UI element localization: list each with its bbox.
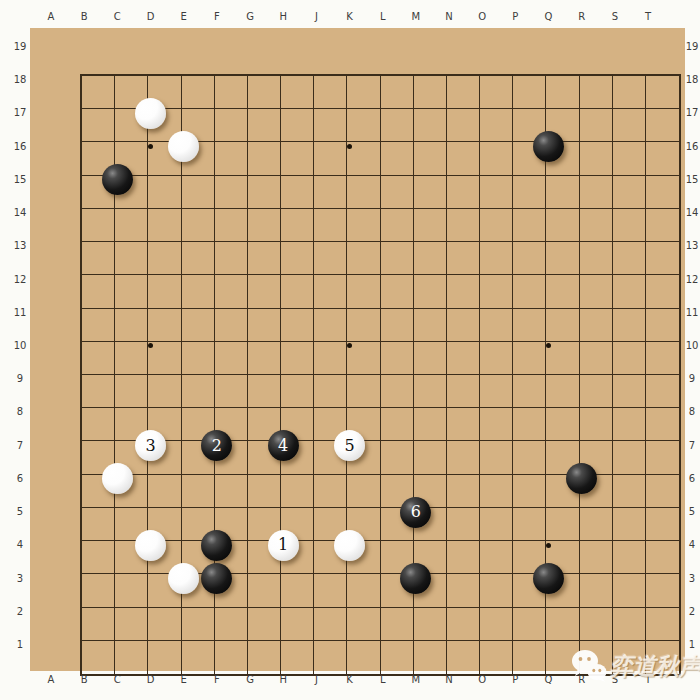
row-label-left-18: 18 xyxy=(9,73,31,87)
board-cell xyxy=(613,142,646,175)
row-label-left-4: 4 xyxy=(9,538,31,552)
board-cell xyxy=(580,76,613,109)
board-cell xyxy=(447,342,480,375)
board-cell xyxy=(82,508,115,541)
board-cell xyxy=(148,309,181,342)
col-label-bottom-H: H xyxy=(275,673,291,687)
board-cell xyxy=(182,342,215,375)
col-label-bottom-D: D xyxy=(143,673,159,687)
board-cell xyxy=(115,641,148,674)
row-label-left-14: 14 xyxy=(9,206,31,220)
stone-white-K4 xyxy=(334,530,365,561)
board-cell xyxy=(414,608,447,641)
board-cell xyxy=(115,242,148,275)
board-cell xyxy=(347,375,380,408)
col-label-bottom-L: L xyxy=(375,673,391,687)
row-label-left-17: 17 xyxy=(9,106,31,120)
board-cell xyxy=(414,641,447,674)
board-cell xyxy=(82,76,115,109)
col-label-top-S: S xyxy=(607,10,623,24)
board-cell xyxy=(646,342,679,375)
board-cell xyxy=(646,375,679,408)
board-cell xyxy=(646,475,679,508)
board-cell xyxy=(215,176,248,209)
board-cell xyxy=(215,76,248,109)
board-cell xyxy=(314,309,347,342)
stone-white-H4-move-1: 1 xyxy=(268,530,299,561)
row-label-right-4: 4 xyxy=(681,538,700,552)
row-label-right-7: 7 xyxy=(681,439,700,453)
board-cell xyxy=(347,641,380,674)
col-label-top-F: F xyxy=(209,10,225,24)
board-cell xyxy=(82,275,115,308)
col-label-top-T: T xyxy=(640,10,656,24)
board-cell xyxy=(513,76,546,109)
col-label-top-O: O xyxy=(474,10,490,24)
board-cell xyxy=(182,242,215,275)
row-label-right-14: 14 xyxy=(681,206,700,220)
board-cell xyxy=(613,309,646,342)
row-label-right-2: 2 xyxy=(681,605,700,619)
board-cell xyxy=(347,242,380,275)
board-cell xyxy=(182,608,215,641)
board-cell xyxy=(314,574,347,607)
board-cell xyxy=(281,574,314,607)
board-cell xyxy=(613,242,646,275)
board-cell xyxy=(646,76,679,109)
board-cell xyxy=(480,309,513,342)
row-label-right-3: 3 xyxy=(681,572,700,586)
board-cell xyxy=(82,608,115,641)
board-cell xyxy=(447,209,480,242)
board-cell xyxy=(414,176,447,209)
row-label-left-2: 2 xyxy=(9,605,31,619)
row-label-left-6: 6 xyxy=(9,472,31,486)
stone-white-C6 xyxy=(102,463,133,494)
board-cell xyxy=(314,109,347,142)
board-cell xyxy=(248,342,281,375)
stone-black-F4 xyxy=(201,530,232,561)
board-cell xyxy=(480,176,513,209)
board-cell xyxy=(115,342,148,375)
row-label-left-3: 3 xyxy=(9,572,31,586)
board-cell xyxy=(580,275,613,308)
board-cell xyxy=(613,541,646,574)
board-cell xyxy=(115,209,148,242)
col-label-bottom-N: N xyxy=(441,673,457,687)
board-cell xyxy=(281,209,314,242)
stone-black-Q16 xyxy=(533,131,564,162)
board-cell xyxy=(347,76,380,109)
board-cell xyxy=(546,508,579,541)
board-cell xyxy=(347,109,380,142)
board-cell xyxy=(580,574,613,607)
board-cell xyxy=(381,142,414,175)
board-cell xyxy=(115,574,148,607)
col-label-top-K: K xyxy=(342,10,358,24)
col-label-bottom-F: F xyxy=(209,673,225,687)
board-cell xyxy=(115,275,148,308)
board-cell xyxy=(480,475,513,508)
col-label-top-C: C xyxy=(109,10,125,24)
row-label-right-1: 1 xyxy=(681,638,700,652)
board-cell xyxy=(414,342,447,375)
board-cell xyxy=(182,475,215,508)
col-label-bottom-S: S xyxy=(607,673,623,687)
board-cell xyxy=(646,142,679,175)
board-cell xyxy=(646,309,679,342)
board-cell xyxy=(248,309,281,342)
row-label-left-15: 15 xyxy=(9,173,31,187)
board-cell xyxy=(546,242,579,275)
board-cell xyxy=(646,508,679,541)
board-cell xyxy=(148,641,181,674)
board-cell xyxy=(248,76,281,109)
board-cell xyxy=(480,76,513,109)
board-cell xyxy=(115,309,148,342)
board-cell xyxy=(613,76,646,109)
board-cell xyxy=(381,209,414,242)
board-cell xyxy=(613,441,646,474)
board-cell xyxy=(314,275,347,308)
board-cell xyxy=(381,375,414,408)
board-cell xyxy=(381,608,414,641)
board-cell xyxy=(546,309,579,342)
board-cell xyxy=(480,574,513,607)
board-cell xyxy=(613,109,646,142)
col-label-top-H: H xyxy=(275,10,291,24)
board-cell xyxy=(115,375,148,408)
board-cell xyxy=(248,176,281,209)
board-cell xyxy=(314,242,347,275)
board-cell xyxy=(513,242,546,275)
board-cell xyxy=(248,142,281,175)
board-cell xyxy=(414,109,447,142)
board-cell xyxy=(248,242,281,275)
board-cell xyxy=(447,309,480,342)
board-cell xyxy=(447,541,480,574)
board-cell xyxy=(513,641,546,674)
hoshi-point-Q4 xyxy=(546,543,551,548)
col-label-bottom-T: T xyxy=(640,673,656,687)
board-cell xyxy=(513,475,546,508)
board-cell xyxy=(215,475,248,508)
board-cell xyxy=(82,309,115,342)
board-cell xyxy=(646,242,679,275)
board-cell xyxy=(148,242,181,275)
row-label-left-11: 11 xyxy=(9,306,31,320)
board-cell xyxy=(314,608,347,641)
board-cell xyxy=(546,641,579,674)
board-cell xyxy=(646,541,679,574)
board-cell xyxy=(347,309,380,342)
board-cell xyxy=(646,275,679,308)
board-cell xyxy=(480,242,513,275)
row-label-left-9: 9 xyxy=(9,372,31,386)
board-cell xyxy=(447,408,480,441)
board-cell xyxy=(148,342,181,375)
board-cell xyxy=(480,641,513,674)
board-cell xyxy=(314,176,347,209)
board-cell xyxy=(546,76,579,109)
board-cell xyxy=(513,342,546,375)
stone-black-H7-move-4: 4 xyxy=(268,430,299,461)
board-cell xyxy=(580,541,613,574)
board-cell xyxy=(580,209,613,242)
board-cell xyxy=(480,375,513,408)
row-label-right-17: 17 xyxy=(681,106,700,120)
board-cell xyxy=(447,142,480,175)
board-cell xyxy=(248,375,281,408)
col-label-top-L: L xyxy=(375,10,391,24)
row-label-left-7: 7 xyxy=(9,439,31,453)
board-cell xyxy=(248,641,281,674)
board-cell xyxy=(480,209,513,242)
board-cell xyxy=(513,275,546,308)
board-cell xyxy=(613,574,646,607)
board-cell xyxy=(513,375,546,408)
board-cell xyxy=(646,608,679,641)
board-cell xyxy=(182,375,215,408)
board-cell xyxy=(646,408,679,441)
board-cell xyxy=(248,475,281,508)
col-label-top-Q: Q xyxy=(541,10,557,24)
col-label-bottom-G: G xyxy=(242,673,258,687)
row-label-right-19: 19 xyxy=(681,40,700,54)
board-cell xyxy=(546,209,579,242)
board-cell xyxy=(580,242,613,275)
board-cell xyxy=(480,142,513,175)
board-cell xyxy=(513,408,546,441)
board-cell xyxy=(347,608,380,641)
board-cell xyxy=(182,76,215,109)
go-board[interactable] xyxy=(30,28,685,671)
board-cell xyxy=(447,242,480,275)
board-cell xyxy=(480,109,513,142)
board-cell xyxy=(215,242,248,275)
board-cell xyxy=(82,375,115,408)
board-cell xyxy=(580,142,613,175)
board-cell xyxy=(513,209,546,242)
board-cell xyxy=(248,608,281,641)
board-cell xyxy=(281,109,314,142)
board-cell xyxy=(447,375,480,408)
col-label-bottom-M: M xyxy=(408,673,424,687)
row-label-right-10: 10 xyxy=(681,339,700,353)
board-cell xyxy=(613,475,646,508)
board-cell xyxy=(580,342,613,375)
board-cell xyxy=(314,475,347,508)
board-cell xyxy=(546,608,579,641)
board-cell xyxy=(414,309,447,342)
board-cell xyxy=(447,574,480,607)
board-cell xyxy=(546,342,579,375)
col-label-bottom-E: E xyxy=(176,673,192,687)
board-cell xyxy=(580,508,613,541)
board-cell xyxy=(414,209,447,242)
row-label-right-8: 8 xyxy=(681,405,700,419)
board-cell xyxy=(381,342,414,375)
board-cell xyxy=(613,275,646,308)
board-cell xyxy=(580,375,613,408)
board-cell xyxy=(580,608,613,641)
board-cell xyxy=(480,541,513,574)
stone-white-K7-move-5: 5 xyxy=(334,430,365,461)
board-cell xyxy=(182,275,215,308)
col-label-top-G: G xyxy=(242,10,258,24)
board-cell xyxy=(613,342,646,375)
board-cell xyxy=(381,441,414,474)
col-label-top-D: D xyxy=(143,10,159,24)
row-label-right-12: 12 xyxy=(681,273,700,287)
board-cell xyxy=(281,176,314,209)
board-cell xyxy=(248,209,281,242)
col-label-top-A: A xyxy=(43,10,59,24)
stone-white-D4 xyxy=(135,530,166,561)
board-cell xyxy=(347,342,380,375)
board-cell xyxy=(646,441,679,474)
board-cell xyxy=(580,109,613,142)
board-cell xyxy=(148,209,181,242)
board-cell xyxy=(414,142,447,175)
board-cell xyxy=(248,275,281,308)
row-label-right-13: 13 xyxy=(681,239,700,253)
board-cell xyxy=(215,275,248,308)
board-cell xyxy=(215,109,248,142)
board-cell xyxy=(248,109,281,142)
board-cell xyxy=(215,142,248,175)
board-cell xyxy=(281,242,314,275)
board-cell xyxy=(613,641,646,674)
board-cell xyxy=(281,375,314,408)
board-cell xyxy=(347,209,380,242)
board-cell xyxy=(381,176,414,209)
col-label-top-B: B xyxy=(76,10,92,24)
board-cell xyxy=(480,441,513,474)
board-cell xyxy=(82,342,115,375)
board-cell xyxy=(546,375,579,408)
row-label-right-6: 6 xyxy=(681,472,700,486)
row-label-left-8: 8 xyxy=(9,405,31,419)
board-cell xyxy=(281,275,314,308)
board-cell xyxy=(613,375,646,408)
board-cell xyxy=(447,508,480,541)
board-cell xyxy=(480,508,513,541)
board-cell xyxy=(580,176,613,209)
board-cell xyxy=(215,375,248,408)
board-cell xyxy=(82,109,115,142)
board-cell xyxy=(248,574,281,607)
board-cell xyxy=(314,142,347,175)
board-cell xyxy=(281,641,314,674)
board-cell xyxy=(480,342,513,375)
stone-white-E3 xyxy=(168,563,199,594)
board-cell xyxy=(381,76,414,109)
board-cell xyxy=(414,441,447,474)
board-cell xyxy=(580,408,613,441)
board-cell xyxy=(613,176,646,209)
board-cell xyxy=(82,209,115,242)
row-label-right-15: 15 xyxy=(681,173,700,187)
col-label-top-N: N xyxy=(441,10,457,24)
col-label-bottom-B: B xyxy=(76,673,92,687)
board-cell xyxy=(613,209,646,242)
board-cell xyxy=(215,209,248,242)
board-cell xyxy=(381,242,414,275)
board-cell xyxy=(480,275,513,308)
board-cell xyxy=(347,275,380,308)
col-label-bottom-R: R xyxy=(574,673,590,687)
row-label-right-16: 16 xyxy=(681,140,700,154)
board-cell xyxy=(347,176,380,209)
board-cell xyxy=(182,641,215,674)
board-cell xyxy=(513,441,546,474)
board-cell xyxy=(281,342,314,375)
board-cell xyxy=(182,309,215,342)
board-cell xyxy=(546,176,579,209)
board-cell xyxy=(381,408,414,441)
row-label-left-16: 16 xyxy=(9,140,31,154)
board-cell xyxy=(414,375,447,408)
board-cell xyxy=(148,176,181,209)
board-cell xyxy=(281,142,314,175)
stone-black-M5-move-6: 6 xyxy=(400,497,431,528)
board-cell xyxy=(314,342,347,375)
col-label-bottom-A: A xyxy=(43,673,59,687)
go-diagram-page: 123456 AABBCCDDEEFFGGHHJJKKLLMMNNOOPPQQR… xyxy=(0,0,700,700)
board-cell xyxy=(82,574,115,607)
board-cell xyxy=(580,641,613,674)
row-label-left-13: 13 xyxy=(9,239,31,253)
row-label-left-1: 1 xyxy=(9,638,31,652)
col-label-top-M: M xyxy=(408,10,424,24)
col-label-bottom-K: K xyxy=(342,673,358,687)
row-label-right-11: 11 xyxy=(681,306,700,320)
board-cell xyxy=(347,574,380,607)
board-cell xyxy=(513,508,546,541)
col-label-bottom-O: O xyxy=(474,673,490,687)
board-cell xyxy=(82,408,115,441)
board-cell xyxy=(281,76,314,109)
board-cell xyxy=(115,608,148,641)
board-cell xyxy=(480,608,513,641)
board-cell xyxy=(381,275,414,308)
stone-black-C15 xyxy=(102,164,133,195)
col-label-bottom-J: J xyxy=(308,673,324,687)
board-cell xyxy=(513,608,546,641)
board-cell xyxy=(281,475,314,508)
board-cell xyxy=(613,508,646,541)
board-cell xyxy=(447,176,480,209)
board-cell xyxy=(646,176,679,209)
board-cell xyxy=(314,76,347,109)
board-cell xyxy=(82,242,115,275)
board-cell xyxy=(215,342,248,375)
board-cell xyxy=(613,608,646,641)
board-cell xyxy=(381,641,414,674)
board-cell xyxy=(447,275,480,308)
board-cell xyxy=(182,209,215,242)
board-cell xyxy=(82,641,115,674)
board-cell xyxy=(148,275,181,308)
col-label-bottom-C: C xyxy=(109,673,125,687)
board-cell xyxy=(281,608,314,641)
row-label-left-12: 12 xyxy=(9,273,31,287)
board-cell xyxy=(546,275,579,308)
board-cell xyxy=(646,109,679,142)
board-cell xyxy=(447,109,480,142)
board-cell xyxy=(215,641,248,674)
